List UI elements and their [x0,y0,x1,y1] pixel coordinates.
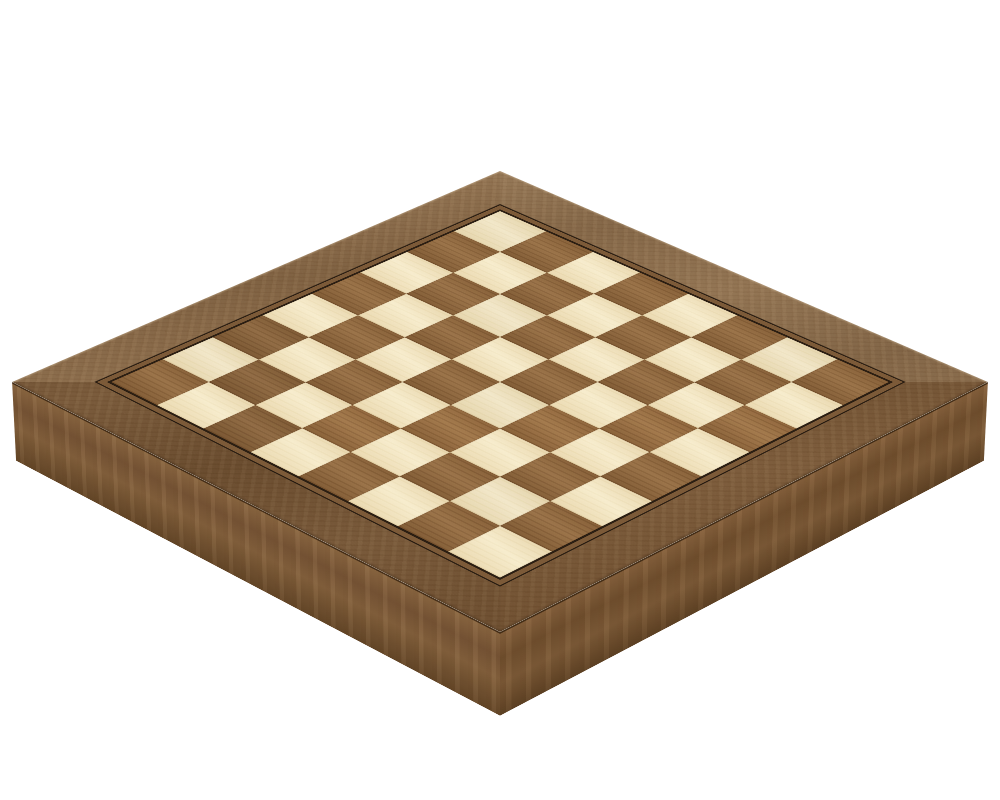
square-h6 [698,405,797,452]
square-f5 [549,382,647,428]
square-g6 [647,382,745,428]
square-g2 [449,476,550,526]
board-frame [12,171,988,632]
square-e1 [299,452,400,501]
square-f3 [450,428,550,476]
square-b1 [157,382,255,428]
board-scene [0,0,1000,800]
square-h3 [551,476,652,526]
square-c1 [203,405,302,452]
square-e2 [350,428,450,476]
square-h1 [448,526,551,578]
square-g1 [398,501,500,552]
product-photo [0,0,1000,800]
square-d3 [353,382,451,428]
square-c2 [255,382,353,428]
square-h5 [650,428,750,476]
square-h4 [601,452,702,501]
square-e3 [401,405,500,452]
square-f4 [500,405,599,452]
square-f1 [348,476,449,526]
square-g5 [599,405,698,452]
square-h2 [500,501,602,552]
square-g4 [550,428,650,476]
square-f2 [399,452,500,501]
square-h7 [745,382,843,428]
square-e4 [451,382,549,428]
square-g3 [500,452,601,501]
chess-board [12,171,988,632]
square-d2 [302,405,401,452]
square-d1 [251,428,351,476]
